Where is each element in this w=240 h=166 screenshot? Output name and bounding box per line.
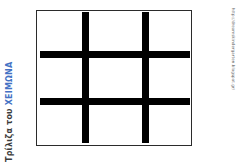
cell-r3c2	[89, 100, 140, 144]
cell-r1c2	[89, 12, 140, 56]
cell-r2c3	[139, 56, 190, 100]
worksheet-title-text: Τρίλιζα του	[5, 105, 14, 162]
cell-r1c1	[38, 12, 89, 56]
tic-tac-toe-board	[36, 10, 192, 146]
cell-r2c1	[38, 56, 89, 100]
cell-r1c3	[139, 12, 190, 56]
cell-r3c3	[139, 100, 190, 144]
cell-r3c1	[38, 100, 89, 144]
blog-url-watermark: http://dreamskindergarten.blogspot.gr/	[231, 8, 236, 90]
worksheet-title: Τρίλιζα του ΧΕΙΜΩΝΑ	[5, 62, 14, 162]
cell-r2c2	[89, 56, 140, 100]
board-cells	[38, 12, 190, 144]
worksheet-title-accent: ΧΕΙΜΩΝΑ	[5, 62, 14, 106]
worksheet-page: Τρίλιζα του ΧΕΙΜΩΝΑ http://dreamskinderg…	[0, 0, 240, 166]
